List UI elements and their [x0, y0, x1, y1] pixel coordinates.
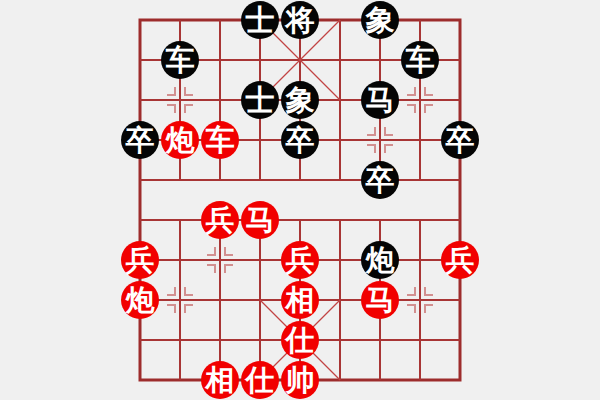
- piece-red-soldier[interactable]: 兵: [201, 201, 239, 239]
- piece-black-cannon[interactable]: 炮: [361, 241, 399, 279]
- piece-black-advisor[interactable]: 士: [241, 1, 279, 39]
- piece-black-horse[interactable]: 马: [361, 81, 399, 119]
- piece-black-soldier[interactable]: 卒: [121, 121, 159, 159]
- piece-red-soldier[interactable]: 兵: [441, 241, 479, 279]
- piece-red-soldier[interactable]: 兵: [281, 241, 319, 279]
- piece-black-elephant[interactable]: 象: [281, 81, 319, 119]
- piece-red-elephant[interactable]: 相: [201, 361, 239, 399]
- piece-black-soldier[interactable]: 卒: [361, 161, 399, 199]
- piece-black-soldier[interactable]: 卒: [441, 121, 479, 159]
- piece-red-cannon[interactable]: 炮: [121, 281, 159, 319]
- piece-black-soldier[interactable]: 卒: [281, 121, 319, 159]
- piece-red-soldier[interactable]: 兵: [121, 241, 159, 279]
- piece-black-general[interactable]: 将: [281, 1, 319, 39]
- piece-red-horse[interactable]: 马: [241, 201, 279, 239]
- piece-red-chariot[interactable]: 车: [201, 121, 239, 159]
- xiangqi-board: 士将象车车士象马卒炮车卒卒卒兵马兵兵炮兵炮相马仕相仕帅: [0, 0, 600, 400]
- piece-black-chariot[interactable]: 车: [401, 41, 439, 79]
- piece-red-cannon[interactable]: 炮: [161, 121, 199, 159]
- piece-red-advisor[interactable]: 仕: [241, 361, 279, 399]
- piece-red-general[interactable]: 帅: [281, 361, 319, 399]
- piece-red-elephant[interactable]: 相: [281, 281, 319, 319]
- piece-red-advisor[interactable]: 仕: [281, 321, 319, 359]
- xiangqi-app: { "game": "xiangqi", "position": { "fen"…: [0, 0, 600, 400]
- piece-red-horse[interactable]: 马: [361, 281, 399, 319]
- piece-black-chariot[interactable]: 车: [161, 41, 199, 79]
- piece-black-advisor[interactable]: 士: [241, 81, 279, 119]
- piece-black-elephant[interactable]: 象: [361, 1, 399, 39]
